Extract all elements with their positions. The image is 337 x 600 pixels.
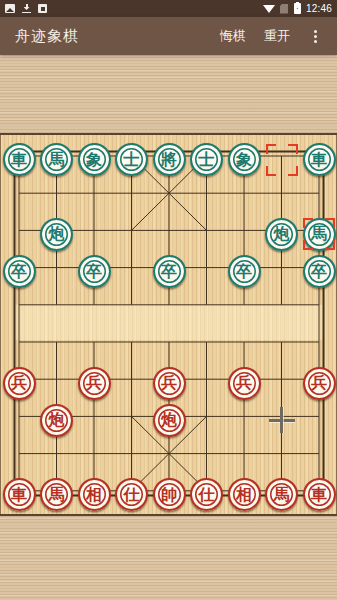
piece-black-general[interactable]: 將 xyxy=(153,143,186,176)
last-move-from-marker xyxy=(266,144,298,176)
piece-red-chariot[interactable]: 車 xyxy=(3,478,36,511)
xiangqi-board[interactable]: 車馬象士將士象車炮炮馬卒卒卒卒卒兵兵兵兵兵炮炮車馬相仕帥仕相馬車 xyxy=(0,133,337,516)
battery-icon xyxy=(294,3,301,14)
piece-black-soldier[interactable]: 卒 xyxy=(78,255,111,288)
piece-black-chariot[interactable]: 車 xyxy=(303,143,336,176)
piece-red-elephant[interactable]: 相 xyxy=(228,478,261,511)
status-bar: 12:46 xyxy=(0,0,337,17)
piece-black-cannon[interactable]: 炮 xyxy=(265,218,298,251)
piece-red-horse[interactable]: 馬 xyxy=(40,478,73,511)
piece-red-elephant[interactable]: 相 xyxy=(78,478,111,511)
download-icon xyxy=(22,4,31,13)
piece-red-cannon[interactable]: 炮 xyxy=(153,404,186,437)
piece-red-advisor[interactable]: 仕 xyxy=(115,478,148,511)
piece-red-soldier[interactable]: 兵 xyxy=(228,367,261,400)
piece-red-soldier[interactable]: 兵 xyxy=(153,367,186,400)
piece-black-soldier[interactable]: 卒 xyxy=(303,255,336,288)
piece-red-horse[interactable]: 馬 xyxy=(265,478,298,511)
undo-move-button[interactable]: 悔棋 xyxy=(220,27,246,45)
status-time: 12:46 xyxy=(306,3,332,14)
piece-red-soldier[interactable]: 兵 xyxy=(78,367,111,400)
piece-red-chariot[interactable]: 車 xyxy=(303,478,336,511)
no-sim-icon xyxy=(280,4,288,14)
wifi-icon xyxy=(263,4,275,13)
piece-red-soldier[interactable]: 兵 xyxy=(3,367,36,400)
app-notification-icon xyxy=(38,4,47,13)
piece-black-soldier[interactable]: 卒 xyxy=(153,255,186,288)
piece-black-soldier[interactable]: 卒 xyxy=(3,255,36,288)
restart-button[interactable]: 重开 xyxy=(264,27,290,45)
piece-black-chariot[interactable]: 車 xyxy=(3,143,36,176)
piece-red-cannon[interactable]: 炮 xyxy=(40,404,73,437)
piece-black-elephant[interactable]: 象 xyxy=(78,143,111,176)
piece-black-elephant[interactable]: 象 xyxy=(228,143,261,176)
piece-black-advisor[interactable]: 士 xyxy=(190,143,223,176)
piece-black-horse[interactable]: 馬 xyxy=(40,143,73,176)
piece-red-soldier[interactable]: 兵 xyxy=(303,367,336,400)
app-bar: 舟迹象棋 悔棋 重开 xyxy=(0,17,337,55)
app-title: 舟迹象棋 xyxy=(15,27,79,46)
crosshair-marker xyxy=(269,407,295,433)
overflow-menu-icon[interactable] xyxy=(308,28,322,44)
piece-red-advisor[interactable]: 仕 xyxy=(190,478,223,511)
piece-black-soldier[interactable]: 卒 xyxy=(228,255,261,288)
piece-layer: 車馬象士將士象車炮炮馬卒卒卒卒卒兵兵兵兵兵炮炮車馬相仕帥仕相馬車 xyxy=(0,141,337,513)
screenshot-icon xyxy=(5,4,15,13)
piece-red-general[interactable]: 帥 xyxy=(153,478,186,511)
last-move-to-marker xyxy=(303,218,335,250)
piece-black-advisor[interactable]: 士 xyxy=(115,143,148,176)
piece-black-cannon[interactable]: 炮 xyxy=(40,218,73,251)
